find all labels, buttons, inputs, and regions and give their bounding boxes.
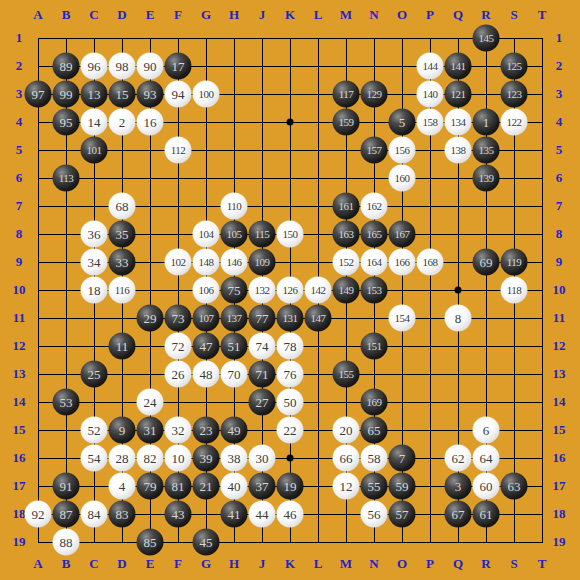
stone-white-36-C8[interactable]: 36: [81, 221, 108, 248]
row-label-left-3: 3: [16, 86, 23, 102]
stone-black-37-J17[interactable]: 37: [249, 473, 276, 500]
stone-white-82-E16[interactable]: 82: [137, 445, 164, 472]
stone-white-102-F9[interactable]: 102: [165, 249, 192, 276]
move-number: 153: [367, 285, 382, 296]
stone-black-149-M10[interactable]: 149: [333, 277, 360, 304]
stone-white-96-C2[interactable]: 96: [81, 53, 108, 80]
move-number: 147: [311, 313, 326, 324]
row-label-left-11: 11: [13, 310, 25, 326]
stone-white-162-N7[interactable]: 162: [361, 193, 388, 220]
stone-white-70-H13[interactable]: 70: [221, 361, 248, 388]
move-number: 163: [339, 229, 354, 240]
col-label-top-G: G: [201, 7, 211, 23]
move-number: 117: [339, 89, 354, 100]
stone-white-84-C18[interactable]: 84: [81, 501, 108, 528]
move-number: 119: [507, 257, 522, 268]
move-number: 3: [455, 480, 462, 493]
stone-white-16-E4[interactable]: 16: [137, 109, 164, 136]
move-number: 11: [116, 340, 129, 353]
stone-white-58-N16[interactable]: 58: [361, 445, 388, 472]
move-number: 105: [227, 229, 242, 240]
stone-white-164-N9[interactable]: 164: [361, 249, 388, 276]
move-number: 110: [227, 201, 242, 212]
col-label-top-N: N: [369, 7, 378, 23]
stone-white-116-D10[interactable]: 116: [109, 277, 136, 304]
move-number: 25: [88, 368, 101, 381]
move-number: 12: [340, 480, 353, 493]
stone-black-163-M8[interactable]: 163: [333, 221, 360, 248]
row-label-right-19: 19: [553, 534, 566, 550]
move-number: 156: [395, 145, 410, 156]
move-number: 144: [423, 61, 438, 72]
stone-white-154-O11[interactable]: 154: [389, 305, 416, 332]
move-number: 61: [480, 508, 493, 521]
move-number: 83: [116, 508, 129, 521]
stone-black-73-F11[interactable]: 73: [165, 305, 192, 332]
stone-white-112-F5[interactable]: 112: [165, 137, 192, 164]
stone-black-19-K17[interactable]: 19: [277, 473, 304, 500]
row-label-left-17: 17: [13, 478, 26, 494]
stone-black-5-O4[interactable]: 5: [389, 109, 416, 136]
stone-white-2-D4[interactable]: 2: [109, 109, 136, 136]
go-board[interactable]: ABCDEFGHJKLMNOPQRST ABCDEFGHJKLMNOPQRST …: [0, 0, 580, 580]
grid-vline: [542, 38, 543, 543]
move-number: 48: [200, 368, 213, 381]
stone-black-105-H8[interactable]: 105: [221, 221, 248, 248]
move-number: 59: [396, 480, 409, 493]
move-number: 62: [452, 452, 465, 465]
move-number: 10: [172, 452, 185, 465]
stone-black-169-N14[interactable]: 169: [361, 389, 388, 416]
stone-black-135-R5[interactable]: 135: [473, 137, 500, 164]
move-number: 85: [144, 536, 157, 549]
move-number: 97: [32, 88, 45, 101]
col-label-top-K: K: [285, 7, 295, 23]
move-number: 76: [284, 368, 297, 381]
stone-black-57-O18[interactable]: 57: [389, 501, 416, 528]
stone-white-20-M15[interactable]: 20: [333, 417, 360, 444]
stone-black-83-D18[interactable]: 83: [109, 501, 136, 528]
stone-white-46-K18[interactable]: 46: [277, 501, 304, 528]
stone-black-101-C5[interactable]: 101: [81, 137, 108, 164]
move-number: 84: [88, 508, 101, 521]
stone-white-98-D2[interactable]: 98: [109, 53, 136, 80]
row-label-right-11: 11: [553, 310, 565, 326]
move-number: 57: [396, 508, 409, 521]
move-number: 115: [255, 229, 270, 240]
stone-white-152-M9[interactable]: 152: [333, 249, 360, 276]
stone-white-60-R17[interactable]: 60: [473, 473, 500, 500]
stone-white-144-P2[interactable]: 144: [417, 53, 444, 80]
move-number: 99: [60, 88, 73, 101]
row-label-right-18: 18: [553, 506, 566, 522]
col-label-top-H: H: [229, 7, 239, 23]
row-label-right-8: 8: [556, 226, 563, 242]
stone-black-39-G16[interactable]: 39: [193, 445, 220, 472]
col-label-bottom-K: K: [285, 556, 295, 572]
move-number: 152: [339, 257, 354, 268]
stone-black-157-N5[interactable]: 157: [361, 137, 388, 164]
stone-white-68-D7[interactable]: 68: [109, 193, 136, 220]
stone-black-29-E11[interactable]: 29: [137, 305, 164, 332]
move-number: 49: [228, 424, 241, 437]
row-label-right-1: 1: [556, 30, 563, 46]
move-number: 134: [451, 117, 466, 128]
stone-black-11-D12[interactable]: 11: [109, 333, 136, 360]
move-number: 6: [483, 424, 490, 437]
stone-white-48-G13[interactable]: 48: [193, 361, 220, 388]
stone-white-64-R16[interactable]: 64: [473, 445, 500, 472]
stone-black-89-B2[interactable]: 89: [53, 53, 80, 80]
stone-black-119-S9[interactable]: 119: [501, 249, 528, 276]
move-number: 126: [283, 285, 298, 296]
move-number: 31: [144, 424, 157, 437]
move-number: 146: [227, 257, 242, 268]
stone-black-137-H11[interactable]: 137: [221, 305, 248, 332]
move-number: 55: [368, 480, 381, 493]
stone-black-145-R1[interactable]: 145: [473, 25, 500, 52]
stone-white-166-O9[interactable]: 166: [389, 249, 416, 276]
stone-black-109-J9[interactable]: 109: [249, 249, 276, 276]
stone-white-34-C9[interactable]: 34: [81, 249, 108, 276]
move-number: 94: [172, 88, 185, 101]
move-number: 18: [88, 284, 101, 297]
stone-white-104-G8[interactable]: 104: [193, 221, 220, 248]
stone-black-45-G19[interactable]: 45: [193, 529, 220, 556]
stone-black-125-S2[interactable]: 125: [501, 53, 528, 80]
stone-black-95-B4[interactable]: 95: [53, 109, 80, 136]
stone-black-99-B3[interactable]: 99: [53, 81, 80, 108]
move-number: 71: [256, 368, 269, 381]
move-number: 41: [228, 508, 241, 521]
move-number: 74: [256, 340, 269, 353]
stone-white-62-Q16[interactable]: 62: [445, 445, 472, 472]
stone-black-117-M3[interactable]: 117: [333, 81, 360, 108]
move-number: 95: [60, 116, 73, 129]
stone-white-78-K12[interactable]: 78: [277, 333, 304, 360]
stone-white-76-K13[interactable]: 76: [277, 361, 304, 388]
stone-black-49-H15[interactable]: 49: [221, 417, 248, 444]
move-number: 154: [395, 313, 410, 324]
move-number: 38: [228, 452, 241, 465]
row-label-left-2: 2: [16, 58, 23, 74]
stone-white-32-F15[interactable]: 32: [165, 417, 192, 444]
move-number: 132: [255, 285, 270, 296]
stone-black-7-O16[interactable]: 7: [389, 445, 416, 472]
stone-black-1-R4[interactable]: 1: [473, 109, 500, 136]
stone-black-65-N15[interactable]: 65: [361, 417, 388, 444]
stone-black-85-E19[interactable]: 85: [137, 529, 164, 556]
row-label-right-12: 12: [553, 338, 566, 354]
stone-white-132-J10[interactable]: 132: [249, 277, 276, 304]
move-number: 82: [144, 452, 157, 465]
move-number: 22: [284, 424, 297, 437]
move-number: 36: [88, 228, 101, 241]
stone-black-25-C13[interactable]: 25: [81, 361, 108, 388]
star-point-Q10: [455, 287, 462, 294]
stone-white-126-K10[interactable]: 126: [277, 277, 304, 304]
move-number: 91: [60, 480, 73, 493]
row-label-right-17: 17: [553, 478, 566, 494]
move-number: 24: [144, 396, 157, 409]
stone-black-55-N17[interactable]: 55: [361, 473, 388, 500]
stone-black-139-R6[interactable]: 139: [473, 165, 500, 192]
stone-black-3-Q17[interactable]: 3: [445, 473, 472, 500]
col-label-top-C: C: [89, 7, 98, 23]
stone-black-161-M7[interactable]: 161: [333, 193, 360, 220]
move-number: 34: [88, 256, 101, 269]
move-number: 21: [200, 480, 213, 493]
move-number: 109: [255, 257, 270, 268]
move-number: 63: [508, 480, 521, 493]
move-number: 65: [368, 424, 381, 437]
row-label-left-14: 14: [13, 394, 26, 410]
stone-black-31-E15[interactable]: 31: [137, 417, 164, 444]
stone-black-53-B14[interactable]: 53: [53, 389, 80, 416]
col-label-bottom-A: A: [33, 556, 42, 572]
stone-white-24-E14[interactable]: 24: [137, 389, 164, 416]
move-number: 5: [399, 116, 406, 129]
move-number: 155: [339, 369, 354, 380]
stone-black-131-K11[interactable]: 131: [277, 305, 304, 332]
move-number: 45: [200, 536, 213, 549]
col-label-bottom-Q: Q: [453, 556, 463, 572]
stone-black-147-L11[interactable]: 147: [305, 305, 332, 332]
stone-black-43-F18[interactable]: 43: [165, 501, 192, 528]
stone-white-110-H7[interactable]: 110: [221, 193, 248, 220]
move-number: 102: [171, 257, 186, 268]
stone-black-9-D15[interactable]: 9: [109, 417, 136, 444]
row-label-right-7: 7: [556, 198, 563, 214]
col-label-bottom-O: O: [397, 556, 407, 572]
move-number: 60: [480, 480, 493, 493]
row-label-left-16: 16: [13, 450, 26, 466]
stone-white-138-Q5[interactable]: 138: [445, 137, 472, 164]
stone-black-51-H12[interactable]: 51: [221, 333, 248, 360]
stone-white-56-N18[interactable]: 56: [361, 501, 388, 528]
stone-black-69-R9[interactable]: 69: [473, 249, 500, 276]
stone-black-91-B17[interactable]: 91: [53, 473, 80, 500]
move-number: 51: [228, 340, 241, 353]
stone-black-71-J13[interactable]: 71: [249, 361, 276, 388]
stone-white-156-O5[interactable]: 156: [389, 137, 416, 164]
stone-black-17-F2[interactable]: 17: [165, 53, 192, 80]
move-number: 96: [88, 60, 101, 73]
stone-white-134-Q4[interactable]: 134: [445, 109, 472, 136]
move-number: 15: [116, 88, 129, 101]
move-number: 107: [199, 313, 214, 324]
stone-white-26-F13[interactable]: 26: [165, 361, 192, 388]
stone-white-18-C10[interactable]: 18: [81, 277, 108, 304]
stone-white-122-S4[interactable]: 122: [501, 109, 528, 136]
move-number: 40: [228, 480, 241, 493]
move-number: 14: [88, 116, 101, 129]
stone-white-40-H17[interactable]: 40: [221, 473, 248, 500]
row-label-right-2: 2: [556, 58, 563, 74]
move-number: 113: [59, 173, 74, 184]
stone-black-47-G12[interactable]: 47: [193, 333, 220, 360]
move-number: 66: [340, 452, 353, 465]
stone-black-13-C3[interactable]: 13: [81, 81, 108, 108]
stone-white-148-G9[interactable]: 148: [193, 249, 220, 276]
move-number: 39: [200, 452, 213, 465]
stone-black-21-G17[interactable]: 21: [193, 473, 220, 500]
stone-black-165-N8[interactable]: 165: [361, 221, 388, 248]
stone-white-100-G3[interactable]: 100: [193, 81, 220, 108]
stone-black-33-D9[interactable]: 33: [109, 249, 136, 276]
col-label-top-M: M: [340, 7, 352, 23]
move-number: 139: [479, 173, 494, 184]
move-number: 81: [172, 480, 185, 493]
move-number: 23: [200, 424, 213, 437]
stone-black-151-N12[interactable]: 151: [361, 333, 388, 360]
stone-black-123-S3[interactable]: 123: [501, 81, 528, 108]
stone-black-87-B18[interactable]: 87: [53, 501, 80, 528]
stone-black-153-N10[interactable]: 153: [361, 277, 388, 304]
stone-black-97-A3[interactable]: 97: [25, 81, 52, 108]
stone-black-141-Q2[interactable]: 141: [445, 53, 472, 80]
move-number: 162: [367, 201, 382, 212]
stone-white-54-C16[interactable]: 54: [81, 445, 108, 472]
stone-white-168-P9[interactable]: 168: [417, 249, 444, 276]
stone-white-90-E2[interactable]: 90: [137, 53, 164, 80]
move-number: 2: [119, 116, 126, 129]
move-number: 141: [451, 61, 466, 72]
col-label-bottom-G: G: [201, 556, 211, 572]
stone-white-12-M17[interactable]: 12: [333, 473, 360, 500]
move-number: 69: [480, 256, 493, 269]
move-number: 129: [367, 89, 382, 100]
move-number: 28: [116, 452, 129, 465]
stone-black-67-Q18[interactable]: 67: [445, 501, 472, 528]
stone-white-8-Q11[interactable]: 8: [445, 305, 472, 332]
move-number: 26: [172, 368, 185, 381]
col-label-bottom-R: R: [481, 556, 490, 572]
stone-black-115-J8[interactable]: 115: [249, 221, 276, 248]
move-number: 19: [284, 480, 297, 493]
stone-white-30-J16[interactable]: 30: [249, 445, 276, 472]
move-number: 17: [172, 60, 185, 73]
move-number: 30: [256, 452, 269, 465]
stone-white-142-L10[interactable]: 142: [305, 277, 332, 304]
stone-black-107-G11[interactable]: 107: [193, 305, 220, 332]
stone-black-27-J14[interactable]: 27: [249, 389, 276, 416]
stone-black-77-J11[interactable]: 77: [249, 305, 276, 332]
col-label-top-F: F: [174, 7, 182, 23]
move-number: 167: [395, 229, 410, 240]
col-label-top-E: E: [146, 7, 155, 23]
stone-white-160-O6[interactable]: 160: [389, 165, 416, 192]
move-number: 169: [367, 397, 382, 408]
move-number: 29: [144, 312, 157, 325]
move-number: 43: [172, 508, 185, 521]
stone-white-72-F12[interactable]: 72: [165, 333, 192, 360]
stone-black-129-N3[interactable]: 129: [361, 81, 388, 108]
col-label-bottom-C: C: [89, 556, 98, 572]
move-number: 4: [119, 480, 126, 493]
stone-black-75-H10[interactable]: 75: [221, 277, 248, 304]
col-label-top-T: T: [538, 7, 547, 23]
row-label-left-13: 13: [13, 366, 26, 382]
stone-black-81-F17[interactable]: 81: [165, 473, 192, 500]
stone-white-94-F3[interactable]: 94: [165, 81, 192, 108]
move-number: 1: [483, 116, 490, 129]
row-label-left-9: 9: [16, 254, 23, 270]
move-number: 73: [172, 312, 185, 325]
stone-black-113-B6[interactable]: 113: [53, 165, 80, 192]
stone-white-150-K8[interactable]: 150: [277, 221, 304, 248]
move-number: 88: [60, 536, 73, 549]
move-number: 13: [88, 88, 101, 101]
stone-black-93-E3[interactable]: 93: [137, 81, 164, 108]
stone-white-92-A18[interactable]: 92: [25, 501, 52, 528]
stone-black-155-M13[interactable]: 155: [333, 361, 360, 388]
move-number: 166: [395, 257, 410, 268]
move-number: 67: [452, 508, 465, 521]
move-number: 47: [200, 340, 213, 353]
stone-black-15-D3[interactable]: 15: [109, 81, 136, 108]
move-number: 116: [115, 285, 130, 296]
stone-white-10-F16[interactable]: 10: [165, 445, 192, 472]
stone-white-4-D17[interactable]: 4: [109, 473, 136, 500]
col-label-bottom-J: J: [259, 556, 266, 572]
stone-white-158-P4[interactable]: 158: [417, 109, 444, 136]
move-number: 50: [284, 396, 297, 409]
stone-black-41-H18[interactable]: 41: [221, 501, 248, 528]
row-label-left-8: 8: [16, 226, 23, 242]
move-number: 27: [256, 396, 269, 409]
stone-white-50-K14[interactable]: 50: [277, 389, 304, 416]
move-number: 161: [339, 201, 354, 212]
stone-white-44-J18[interactable]: 44: [249, 501, 276, 528]
stone-white-38-H16[interactable]: 38: [221, 445, 248, 472]
stone-black-61-R18[interactable]: 61: [473, 501, 500, 528]
stone-black-159-M4[interactable]: 159: [333, 109, 360, 136]
move-number: 46: [284, 508, 297, 521]
stone-white-6-R15[interactable]: 6: [473, 417, 500, 444]
stone-white-52-C15[interactable]: 52: [81, 417, 108, 444]
stone-black-79-E17[interactable]: 79: [137, 473, 164, 500]
move-number: 8: [455, 312, 462, 325]
col-label-bottom-P: P: [426, 556, 434, 572]
stone-white-14-C4[interactable]: 14: [81, 109, 108, 136]
row-label-left-6: 6: [16, 170, 23, 186]
stone-white-88-B19[interactable]: 88: [53, 529, 80, 556]
stone-black-63-S17[interactable]: 63: [501, 473, 528, 500]
stone-white-28-D16[interactable]: 28: [109, 445, 136, 472]
row-label-right-10: 10: [553, 282, 566, 298]
stone-white-66-M16[interactable]: 66: [333, 445, 360, 472]
move-number: 138: [451, 145, 466, 156]
move-number: 168: [423, 257, 438, 268]
stone-black-35-D8[interactable]: 35: [109, 221, 136, 248]
col-label-top-L: L: [314, 7, 323, 23]
stone-white-140-P3[interactable]: 140: [417, 81, 444, 108]
stone-white-146-H9[interactable]: 146: [221, 249, 248, 276]
stone-black-23-G15[interactable]: 23: [193, 417, 220, 444]
stone-black-167-O8[interactable]: 167: [389, 221, 416, 248]
stone-black-121-Q3[interactable]: 121: [445, 81, 472, 108]
move-number: 157: [367, 145, 382, 156]
move-number: 20: [340, 424, 353, 437]
stone-black-59-O17[interactable]: 59: [389, 473, 416, 500]
stone-white-106-G10[interactable]: 106: [193, 277, 220, 304]
stone-white-118-S10[interactable]: 118: [501, 277, 528, 304]
stone-white-22-K15[interactable]: 22: [277, 417, 304, 444]
stone-white-74-J12[interactable]: 74: [249, 333, 276, 360]
col-label-bottom-L: L: [314, 556, 323, 572]
row-label-left-1: 1: [16, 30, 23, 46]
